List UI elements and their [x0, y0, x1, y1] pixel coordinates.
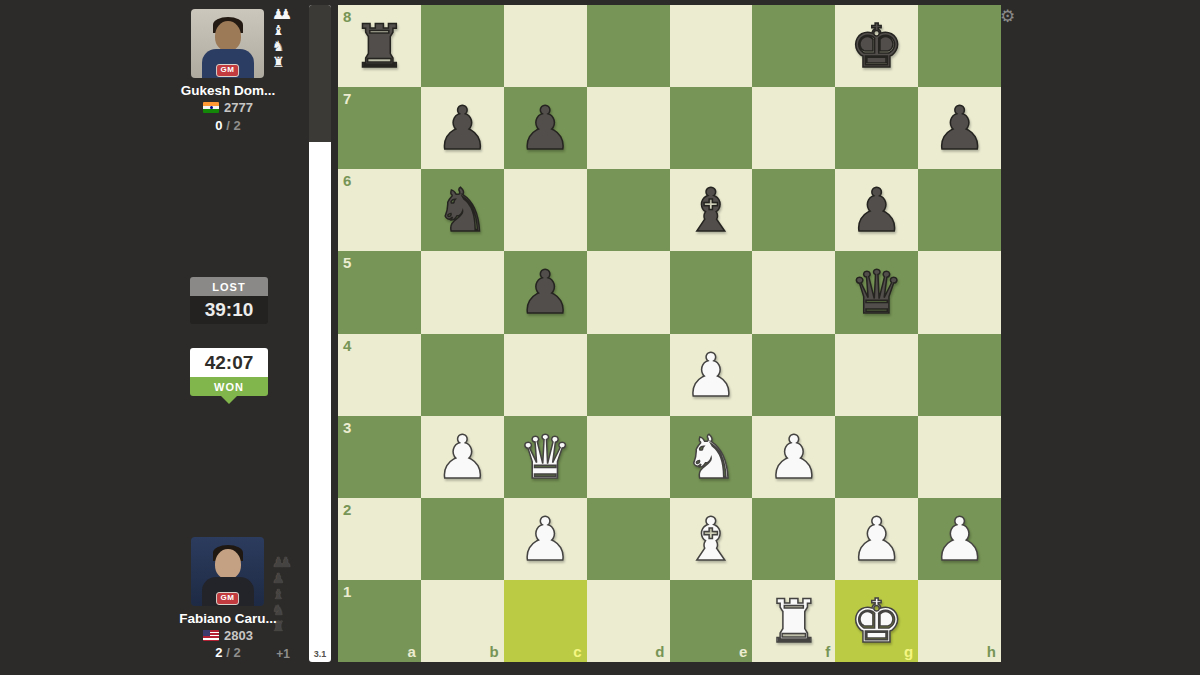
chess-board: 8♜♚7♟♟♟6♞♝♟5♟♛4♟3♟♛♞♟2♟♝♟♟1abcdef♜g♚h [338, 5, 1001, 662]
square-c6[interactable] [504, 169, 587, 251]
rank-label-2: 2 [343, 502, 351, 517]
file-label-a: a [408, 644, 416, 659]
top-player-rating-row: 2777 [147, 100, 309, 115]
square-g5[interactable]: ♛ [835, 251, 918, 333]
square-f6[interactable] [752, 169, 835, 251]
square-h7[interactable]: ♟ [918, 87, 1001, 169]
square-d2[interactable] [587, 498, 670, 580]
file-label-c: c [573, 644, 581, 659]
square-f2[interactable] [752, 498, 835, 580]
captured-white-bishop: ♝ [272, 22, 296, 38]
won-badge-pointer [221, 396, 237, 404]
square-a6[interactable]: 6 [338, 169, 421, 251]
piece-black-rook[interactable]: ♜ [353, 16, 407, 76]
square-h8[interactable] [918, 5, 1001, 87]
piece-black-pawn[interactable]: ♟ [518, 262, 572, 322]
square-g4[interactable] [835, 334, 918, 416]
square-d4[interactable] [587, 334, 670, 416]
captured-white-pawn-pawn: ♟♟ [272, 6, 296, 22]
square-b6[interactable]: ♞ [421, 169, 504, 251]
piece-black-knight[interactable]: ♞ [435, 180, 489, 240]
india-flag-icon [203, 102, 219, 113]
square-e4[interactable]: ♟ [670, 334, 753, 416]
square-d1[interactable]: d [587, 580, 670, 662]
square-b7[interactable]: ♟ [421, 87, 504, 169]
top-score-total: / 2 [223, 118, 241, 133]
file-label-f: f [825, 644, 830, 659]
file-label-d: d [655, 644, 664, 659]
square-c1[interactable]: c [504, 580, 587, 662]
square-f8[interactable] [752, 5, 835, 87]
rank-label-4: 4 [343, 338, 351, 353]
top-player-rating: 2777 [224, 100, 253, 115]
bottom-player-name[interactable]: Fabiano Caru... [147, 611, 309, 626]
piece-white-knight[interactable]: ♞ [684, 427, 738, 487]
evaluation-bar: 3.1 [309, 5, 331, 662]
square-g1[interactable]: g♚ [835, 580, 918, 662]
square-b3[interactable]: ♟ [421, 416, 504, 498]
captured-white-knight: ♞ [272, 38, 296, 54]
captured-black-pawn-pawn: ♟♟ [272, 554, 296, 570]
square-d3[interactable] [587, 416, 670, 498]
rank-label-1: 1 [343, 584, 351, 599]
square-g3[interactable] [835, 416, 918, 498]
square-e5[interactable] [670, 251, 753, 333]
black-result-badge: LOST [190, 277, 268, 296]
rank-label-5: 5 [343, 255, 351, 270]
piece-black-king[interactable]: ♚ [850, 16, 904, 76]
bottom-score-total: / 2 [223, 645, 241, 660]
evaluation-bar-black-part [309, 5, 331, 142]
piece-black-pawn[interactable]: ♟ [518, 98, 572, 158]
square-c7[interactable]: ♟ [504, 87, 587, 169]
piece-white-pawn[interactable]: ♟ [767, 427, 821, 487]
piece-white-pawn[interactable]: ♟ [518, 509, 572, 569]
bottom-player-rating-row: 2803 [147, 628, 309, 643]
piece-white-pawn[interactable]: ♟ [933, 509, 987, 569]
file-label-h: h [987, 644, 996, 659]
square-g2[interactable]: ♟ [835, 498, 918, 580]
square-d8[interactable] [587, 5, 670, 87]
square-e7[interactable] [670, 87, 753, 169]
square-c5[interactable]: ♟ [504, 251, 587, 333]
square-a1[interactable]: 1a [338, 580, 421, 662]
square-b8[interactable] [421, 5, 504, 87]
square-a2[interactable]: 2 [338, 498, 421, 580]
piece-white-rook[interactable]: ♜ [767, 591, 821, 651]
captured-black-bishop: ♝ [272, 586, 296, 602]
square-c2[interactable]: ♟ [504, 498, 587, 580]
captured-white-rook: ♜ [272, 54, 296, 70]
gm-title-badge: GM [216, 592, 240, 605]
square-b2[interactable] [421, 498, 504, 580]
settings-gear-icon[interactable]: ⚙ [1000, 6, 1015, 26]
game-screen: GM ♟♟♝♞♜ Gukesh Dom... 2777 0 / 2 LOST 3… [0, 0, 1200, 675]
square-f1[interactable]: f♜ [752, 580, 835, 662]
square-h2[interactable]: ♟ [918, 498, 1001, 580]
square-h6[interactable] [918, 169, 1001, 251]
piece-black-queen[interactable]: ♛ [850, 262, 904, 322]
avatar-bottom-player[interactable]: GM [191, 537, 264, 606]
square-f3[interactable]: ♟ [752, 416, 835, 498]
square-a7[interactable]: 7 [338, 87, 421, 169]
rank-label-8: 8 [343, 9, 351, 24]
file-label-b: b [490, 644, 499, 659]
square-e3[interactable]: ♞ [670, 416, 753, 498]
avatar-top-player[interactable]: GM [191, 9, 264, 78]
white-result-badge: WON [190, 377, 268, 396]
square-a5[interactable]: 5 [338, 251, 421, 333]
rank-label-6: 6 [343, 173, 351, 188]
square-h5[interactable] [918, 251, 1001, 333]
square-e8[interactable] [670, 5, 753, 87]
piece-black-pawn[interactable]: ♟ [850, 180, 904, 240]
piece-black-bishop[interactable]: ♝ [684, 180, 738, 240]
file-label-g: g [904, 644, 913, 659]
square-g8[interactable]: ♚ [835, 5, 918, 87]
square-h4[interactable] [918, 334, 1001, 416]
avatar-silhouette [215, 21, 241, 51]
piece-black-pawn[interactable]: ♟ [435, 98, 489, 158]
square-e6[interactable]: ♝ [670, 169, 753, 251]
square-c4[interactable] [504, 334, 587, 416]
square-b1[interactable]: b [421, 580, 504, 662]
square-e1[interactable]: e [670, 580, 753, 662]
piece-white-pawn[interactable]: ♟ [850, 509, 904, 569]
bottom-player-rating: 2803 [224, 628, 253, 643]
square-d7[interactable] [587, 87, 670, 169]
piece-white-bishop[interactable]: ♝ [684, 509, 738, 569]
evaluation-value: 3.1 [309, 649, 331, 659]
bottom-player-score: 2 / 2 [147, 645, 309, 660]
square-d6[interactable] [587, 169, 670, 251]
piece-white-pawn[interactable]: ♟ [684, 345, 738, 405]
white-clock: 42:07 [190, 348, 268, 377]
captured-black-pawn: ♟ [272, 570, 296, 586]
square-d5[interactable] [587, 251, 670, 333]
usa-flag-icon [203, 630, 219, 641]
file-label-e: e [739, 644, 747, 659]
square-g7[interactable] [835, 87, 918, 169]
square-a3[interactable]: 3 [338, 416, 421, 498]
square-f7[interactable] [752, 87, 835, 169]
black-clock: 39:10 [190, 296, 268, 324]
piece-white-pawn[interactable]: ♟ [435, 427, 489, 487]
square-b5[interactable] [421, 251, 504, 333]
piece-white-king[interactable]: ♚ [850, 591, 904, 651]
square-c8[interactable] [504, 5, 587, 87]
rank-label-7: 7 [343, 91, 351, 106]
square-a4[interactable]: 4 [338, 334, 421, 416]
top-player-name[interactable]: Gukesh Dom... [147, 83, 309, 98]
piece-white-queen[interactable]: ♛ [518, 427, 572, 487]
square-f4[interactable] [752, 334, 835, 416]
square-e2[interactable]: ♝ [670, 498, 753, 580]
square-h3[interactable] [918, 416, 1001, 498]
square-a8[interactable]: 8♜ [338, 5, 421, 87]
rank-label-3: 3 [343, 420, 351, 435]
top-player-score: 0 / 2 [147, 118, 309, 133]
square-c3[interactable]: ♛ [504, 416, 587, 498]
square-h1[interactable]: h [918, 580, 1001, 662]
gm-title-badge: GM [216, 64, 240, 77]
square-f5[interactable] [752, 251, 835, 333]
piece-black-pawn[interactable]: ♟ [933, 98, 987, 158]
square-g6[interactable]: ♟ [835, 169, 918, 251]
bottom-score-value: 2 [215, 645, 222, 660]
square-b4[interactable] [421, 334, 504, 416]
captured-pieces-by-black: ♟♟♝♞♜ [272, 6, 296, 70]
top-score-value: 0 [215, 118, 222, 133]
avatar-silhouette [215, 549, 241, 579]
